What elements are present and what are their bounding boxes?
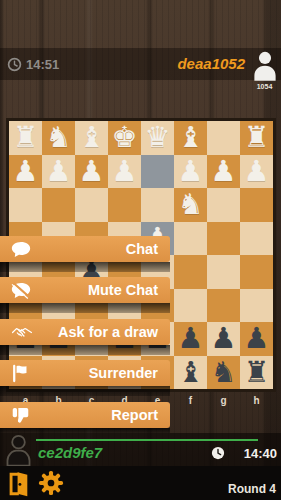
square[interactable]: ♞ — [42, 121, 75, 155]
white-pawn: ♟ — [112, 157, 138, 186]
bottom-player-name: ce2d9fe7 — [38, 444, 102, 461]
white-pawn: ♟ — [79, 157, 105, 186]
square[interactable]: ♞ — [174, 188, 207, 222]
square[interactable]: ♟ — [108, 155, 141, 189]
square[interactable]: ♟ — [174, 322, 207, 356]
bottom-controls: Round 4 — [0, 466, 281, 500]
surrender-label: Surrender — [29, 365, 170, 381]
white-rook: ♜ — [244, 123, 270, 152]
square[interactable]: ♜ — [9, 121, 42, 155]
top-player-bar: 14:51 deaa1052 — [0, 48, 281, 80]
white-knight: ♞ — [178, 190, 204, 219]
black-bishop: ♝ — [178, 358, 204, 387]
square[interactable] — [207, 255, 240, 289]
white-pawn: ♟ — [244, 157, 270, 186]
menu-shadow — [0, 303, 170, 313]
square[interactable]: ♝ — [174, 121, 207, 155]
white-knight: ♞ — [46, 123, 72, 152]
clock-icon — [211, 446, 225, 464]
clock-icon — [7, 57, 22, 72]
file-label-h: h — [240, 395, 273, 411]
top-player-time: 14:51 — [26, 57, 59, 72]
square[interactable] — [240, 188, 273, 222]
square[interactable] — [174, 255, 207, 289]
square[interactable] — [207, 222, 240, 256]
flag-icon — [11, 364, 29, 383]
square[interactable]: ♟ — [9, 155, 42, 189]
menu-shadow — [0, 262, 170, 272]
square[interactable]: ♟ — [207, 155, 240, 189]
black-pawn: ♟ — [244, 324, 270, 353]
square[interactable]: ♞ — [207, 356, 240, 390]
file-label-g: g — [207, 395, 240, 411]
ask-for-draw-label: Ask for a draw — [33, 324, 170, 340]
white-rook: ♜ — [13, 123, 39, 152]
square[interactable] — [207, 188, 240, 222]
handshake-icon — [11, 325, 33, 340]
chat-label: Chat — [31, 241, 170, 257]
black-knight: ♞ — [211, 358, 237, 387]
white-pawn: ♟ — [178, 157, 204, 186]
square[interactable]: ♜ — [240, 356, 273, 390]
white-pawn: ♟ — [13, 157, 39, 186]
square[interactable]: ♟ — [240, 322, 273, 356]
square[interactable] — [207, 121, 240, 155]
square[interactable]: ♟ — [240, 155, 273, 189]
surrender-button[interactable]: Surrender — [0, 360, 170, 386]
black-pawn: ♟ — [211, 324, 237, 353]
file-label-f: f — [174, 395, 207, 411]
square[interactable]: ♛ — [141, 121, 174, 155]
mute-chat-icon — [11, 282, 31, 299]
white-pawn: ♟ — [46, 157, 72, 186]
square[interactable] — [207, 289, 240, 323]
square[interactable] — [75, 188, 108, 222]
time-progress-line — [36, 439, 258, 441]
menu-shadow — [0, 345, 170, 355]
white-queen: ♛ — [145, 123, 171, 152]
report-button[interactable]: Report — [0, 402, 170, 428]
chat-button[interactable]: Chat — [0, 236, 170, 262]
square[interactable] — [9, 188, 42, 222]
white-king: ♚ — [112, 123, 138, 152]
mute-chat-button[interactable]: Mute Chat — [0, 277, 170, 303]
square[interactable] — [174, 289, 207, 323]
black-rook: ♜ — [244, 358, 270, 387]
square[interactable] — [141, 155, 174, 189]
chat-icon — [11, 241, 31, 258]
thumbs-down-icon — [11, 406, 30, 424]
square[interactable] — [240, 289, 273, 323]
white-bishop: ♝ — [178, 123, 204, 152]
settings-gear-icon[interactable] — [38, 470, 64, 500]
top-player-name: deaa1052 — [177, 55, 245, 72]
top-player-avatar[interactable] — [251, 50, 278, 85]
report-label: Report — [30, 407, 170, 423]
square[interactable] — [108, 188, 141, 222]
bottom-player-bar: ce2d9fe7 14:40 — [0, 433, 281, 467]
round-indicator: Round 4 — [228, 482, 276, 496]
white-pawn: ♟ — [211, 157, 237, 186]
square[interactable] — [141, 188, 174, 222]
top-player-rating: 1054 — [251, 83, 278, 90]
square[interactable]: ♟ — [207, 322, 240, 356]
chess-app-screen: ♜♞♝♚♛♝♜♟♟♟♟♟♟♟♞♟♟♟♟♟♟♟♟♟♜♞♝♚♛♝♞♜ abcdefg… — [0, 0, 281, 500]
square[interactable]: ♟ — [42, 155, 75, 189]
square[interactable]: ♜ — [240, 121, 273, 155]
square[interactable]: ♝ — [75, 121, 108, 155]
square[interactable]: ♟ — [174, 155, 207, 189]
square[interactable]: ♝ — [174, 356, 207, 390]
square[interactable]: ♟ — [75, 155, 108, 189]
square[interactable] — [174, 222, 207, 256]
black-pawn: ♟ — [178, 324, 204, 353]
mute-chat-label: Mute Chat — [31, 282, 170, 298]
square[interactable] — [240, 222, 273, 256]
ask-for-draw-button[interactable]: Ask for a draw — [0, 319, 170, 345]
exit-door-icon[interactable] — [7, 471, 29, 500]
white-bishop: ♝ — [79, 123, 105, 152]
square[interactable]: ♚ — [108, 121, 141, 155]
bottom-player-time: 14:40 — [244, 446, 277, 461]
square[interactable] — [42, 188, 75, 222]
menu-shadow — [0, 386, 170, 396]
square[interactable] — [240, 255, 273, 289]
